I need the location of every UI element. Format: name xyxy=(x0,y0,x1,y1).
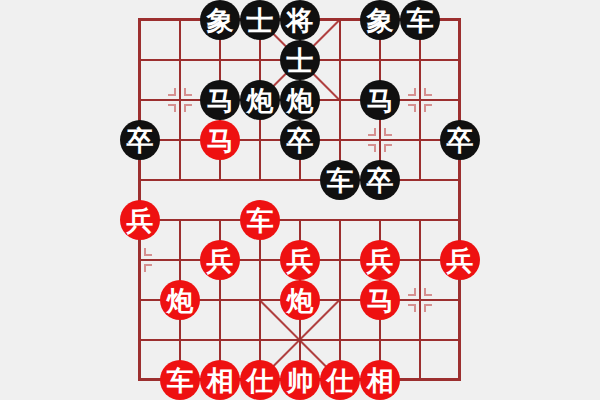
board-point-f8r1 xyxy=(400,40,440,80)
piece-red-elephant[interactable]: 相 xyxy=(200,360,240,400)
board-point-f6r7 xyxy=(320,280,360,320)
board-point-f5r4 xyxy=(280,160,320,200)
point-marker xyxy=(424,288,432,296)
grid-line xyxy=(179,339,200,341)
grid-line xyxy=(320,19,341,21)
board-point-f7r1 xyxy=(360,40,400,80)
piece-glyph: 士 xyxy=(287,47,314,74)
grid-line xyxy=(139,99,160,101)
grid-line xyxy=(459,339,461,360)
grid-line xyxy=(240,339,261,341)
grid-line xyxy=(339,219,341,240)
grid-line xyxy=(160,179,181,181)
grid-line xyxy=(139,259,160,261)
point-marker xyxy=(168,104,176,112)
grid-line xyxy=(419,320,421,341)
point-marker xyxy=(144,248,152,256)
board-point-f5r2: 炮 xyxy=(280,80,320,120)
grid-line xyxy=(160,339,181,341)
grid-line xyxy=(139,339,141,360)
grid-line xyxy=(240,299,261,301)
grid-line xyxy=(419,99,440,101)
grid-line xyxy=(179,219,181,240)
grid-line xyxy=(179,179,200,181)
board-point-f9r0 xyxy=(440,0,480,40)
grid-line xyxy=(459,59,461,80)
grid-line xyxy=(339,299,360,301)
grid-line xyxy=(419,80,421,101)
grid-line xyxy=(339,299,341,320)
grid-line xyxy=(339,280,341,301)
piece-glyph: 兵 xyxy=(207,247,234,274)
grid-line xyxy=(259,59,280,61)
point-marker xyxy=(368,144,376,152)
grid-line xyxy=(400,179,421,181)
piece-black-soldier[interactable]: 卒 xyxy=(440,120,480,160)
grid-line xyxy=(179,80,181,101)
board-point-f5r1: 士 xyxy=(280,40,320,80)
grid-line xyxy=(139,299,160,301)
grid-line xyxy=(419,120,421,141)
grid-line xyxy=(179,259,181,280)
piece-black-soldier[interactable]: 卒 xyxy=(120,120,160,160)
grid-line xyxy=(419,99,421,120)
grid-line xyxy=(139,19,160,21)
point-marker xyxy=(168,88,176,96)
grid-line xyxy=(419,339,421,360)
grid-line xyxy=(339,19,360,21)
grid-line xyxy=(219,299,240,301)
grid-line xyxy=(259,240,261,261)
piece-glyph: 将 xyxy=(287,7,314,34)
piece-glyph: 卒 xyxy=(127,127,154,154)
grid-line xyxy=(179,99,181,120)
board-point-f4r5: 车 xyxy=(240,200,280,240)
grid-line xyxy=(219,219,221,240)
grid-line xyxy=(320,299,341,301)
grid-line xyxy=(419,219,421,240)
board-point-f7r5 xyxy=(360,200,400,240)
grid-line xyxy=(179,160,181,181)
grid-line xyxy=(419,179,440,181)
board-point-f3r1 xyxy=(200,40,240,80)
board-point-f7r0: 象 xyxy=(360,0,400,40)
grid-line xyxy=(339,339,341,360)
grid-line xyxy=(219,40,221,61)
grid-line xyxy=(240,139,261,141)
point-marker xyxy=(408,88,416,96)
grid-line xyxy=(179,59,181,80)
piece-glyph: 帅 xyxy=(287,367,314,394)
piece-red-soldier[interactable]: 兵 xyxy=(200,240,240,280)
grid-line xyxy=(379,219,400,221)
board-point-f7r9: 相 xyxy=(360,360,400,400)
grid-line xyxy=(379,320,381,341)
board-point-f7r8 xyxy=(360,320,400,360)
piece-red-horse[interactable]: 马 xyxy=(200,120,240,160)
point-marker xyxy=(368,128,376,136)
grid-line xyxy=(139,339,160,341)
grid-line xyxy=(400,339,421,341)
piece-glyph: 兵 xyxy=(127,207,154,234)
board-point-f7r6: 兵 xyxy=(360,240,400,280)
piece-glyph: 炮 xyxy=(287,87,314,114)
board-point-f2r8 xyxy=(160,320,200,360)
board-point-f2r9: 车 xyxy=(160,360,200,400)
grid-line xyxy=(419,299,440,301)
board-point-f6r8 xyxy=(320,320,360,360)
piece-red-cannon[interactable]: 炮 xyxy=(160,280,200,320)
grid-line xyxy=(459,179,461,200)
grid-line xyxy=(419,139,440,141)
grid-line xyxy=(299,320,301,341)
grid-line xyxy=(360,339,381,341)
board-point-f3r4 xyxy=(200,160,240,200)
board-point-f4r1 xyxy=(240,40,280,80)
piece-glyph: 车 xyxy=(247,207,274,234)
grid-line xyxy=(219,160,221,181)
point-marker xyxy=(144,264,152,272)
piece-black-cannon[interactable]: 炮 xyxy=(280,80,320,120)
grid-line xyxy=(419,59,440,61)
piece-red-advisor[interactable]: 仕 xyxy=(320,360,360,400)
grid-line xyxy=(139,160,141,181)
grid-line xyxy=(259,299,261,320)
grid-line xyxy=(179,99,200,101)
board-point-f4r0: 士 xyxy=(240,0,280,40)
grid-line xyxy=(259,299,280,301)
grid-line xyxy=(219,59,240,61)
piece-glyph: 炮 xyxy=(287,287,314,314)
point-marker xyxy=(384,128,392,136)
grid-line xyxy=(139,280,141,301)
piece-red-advisor[interactable]: 仕 xyxy=(240,360,280,400)
board-point-f1r6 xyxy=(120,240,160,280)
grid-line xyxy=(179,19,200,21)
piece-black-advisor[interactable]: 士 xyxy=(240,0,280,40)
board-point-f5r8 xyxy=(280,320,320,360)
grid-line xyxy=(360,59,381,61)
grid-line xyxy=(299,219,320,221)
grid-line xyxy=(219,339,240,341)
grid-line xyxy=(400,299,421,301)
board-point-f5r9: 帅 xyxy=(280,360,320,400)
grid-line xyxy=(339,40,341,61)
board-point-f6r5 xyxy=(320,200,360,240)
board-point-f6r4: 车 xyxy=(320,160,360,200)
grid-line xyxy=(339,19,341,40)
piece-red-chariot[interactable]: 车 xyxy=(160,360,200,400)
grid-line xyxy=(419,219,440,221)
grid-line xyxy=(320,99,341,101)
piece-glyph: 兵 xyxy=(287,247,314,274)
point-marker xyxy=(184,104,192,112)
grid-line xyxy=(259,339,261,360)
piece-glyph: 相 xyxy=(207,367,234,394)
grid-line xyxy=(339,219,360,221)
grid-line xyxy=(179,259,200,261)
grid-line xyxy=(459,320,461,341)
grid-line xyxy=(160,59,181,61)
grid-line xyxy=(259,160,261,181)
piece-black-soldier[interactable]: 卒 xyxy=(360,160,400,200)
grid-line xyxy=(419,379,440,381)
piece-red-soldier[interactable]: 兵 xyxy=(280,240,320,280)
grid-line xyxy=(200,339,221,341)
grid-line xyxy=(440,219,461,221)
piece-red-cannon[interactable]: 炮 xyxy=(280,280,320,320)
grid-line xyxy=(419,280,421,301)
grid-line xyxy=(219,219,240,221)
grid-line xyxy=(240,259,261,261)
board-point-f4r9: 仕 xyxy=(240,360,280,400)
grid-line xyxy=(259,280,261,301)
grid-line xyxy=(339,139,341,160)
grid-line xyxy=(160,139,181,141)
board-point-f5r3: 卒 xyxy=(280,120,320,160)
piece-glyph: 车 xyxy=(407,7,434,34)
board-point-f2r7: 炮 xyxy=(160,280,200,320)
piece-black-horse[interactable]: 马 xyxy=(360,80,400,120)
grid-line xyxy=(200,59,221,61)
grid-line xyxy=(259,339,280,341)
piece-red-soldier[interactable]: 兵 xyxy=(120,200,160,240)
piece-glyph: 象 xyxy=(367,7,394,34)
grid-line xyxy=(139,40,141,61)
grid-line xyxy=(259,139,261,160)
board-point-f1r9 xyxy=(120,360,160,400)
grid-line xyxy=(179,139,200,141)
grid-line xyxy=(400,99,421,101)
grid-line xyxy=(139,299,141,320)
grid-line xyxy=(339,259,360,261)
board-point-f7r2: 马 xyxy=(360,80,400,120)
grid-line xyxy=(339,139,360,141)
piece-glyph: 马 xyxy=(207,127,234,154)
grid-line xyxy=(299,339,301,360)
grid-line xyxy=(219,299,221,320)
piece-glyph: 卒 xyxy=(367,167,394,194)
grid-line xyxy=(440,299,461,301)
board-point-f8r8 xyxy=(400,320,440,360)
board-point-f3r9: 相 xyxy=(200,360,240,400)
piece-glyph: 士 xyxy=(247,7,274,34)
grid-line xyxy=(259,179,280,181)
board-point-f8r9 xyxy=(400,360,440,400)
grid-line xyxy=(459,280,461,301)
piece-glyph: 仕 xyxy=(247,367,274,394)
grid-line xyxy=(219,179,240,181)
xiangqi-diagram: 象士将象车士马炮炮马卒马卒卒车卒兵车兵兵兵兵炮炮马车相仕帅仕相 xyxy=(0,0,600,400)
grid-line xyxy=(179,120,181,141)
grid-line xyxy=(419,59,421,80)
grid-line xyxy=(459,19,461,40)
grid-line xyxy=(219,320,221,341)
grid-line xyxy=(179,320,181,341)
grid-line xyxy=(379,139,381,160)
xiangqi-board: 象士将象车士马炮炮马卒马卒卒车卒兵车兵兵兵兵炮炮马车相仕帅仕相 xyxy=(120,0,480,400)
board-point-f9r7 xyxy=(440,280,480,320)
grid-line xyxy=(160,219,181,221)
grid-line xyxy=(179,240,181,261)
grid-line xyxy=(379,339,400,341)
piece-black-soldier[interactable]: 卒 xyxy=(280,120,320,160)
piece-glyph: 卒 xyxy=(287,127,314,154)
grid-line xyxy=(400,139,421,141)
board-point-f3r6: 兵 xyxy=(200,240,240,280)
grid-line xyxy=(459,80,461,101)
piece-red-soldier[interactable]: 兵 xyxy=(440,240,480,280)
grid-line xyxy=(400,219,421,221)
grid-line xyxy=(139,179,160,181)
board-point-f8r7 xyxy=(400,280,440,320)
board-point-f9r4 xyxy=(440,160,480,200)
piece-glyph: 仕 xyxy=(327,367,354,394)
grid-line xyxy=(459,219,461,240)
point-marker xyxy=(408,288,416,296)
piece-glyph: 车 xyxy=(327,167,354,194)
piece-black-horse[interactable]: 马 xyxy=(200,80,240,120)
grid-line xyxy=(440,379,461,381)
grid-line xyxy=(259,139,280,141)
board-point-f2r4 xyxy=(160,160,200,200)
board-point-f2r6 xyxy=(160,240,200,280)
grid-line xyxy=(240,59,261,61)
grid-line xyxy=(259,320,261,341)
board-point-f4r8 xyxy=(240,320,280,360)
piece-glyph: 相 xyxy=(367,367,394,394)
board-point-f1r7 xyxy=(120,280,160,320)
point-marker xyxy=(424,104,432,112)
board-point-f2r1 xyxy=(160,40,200,80)
board-point-f6r6 xyxy=(320,240,360,280)
board-point-f1r8 xyxy=(120,320,160,360)
grid-line xyxy=(339,339,360,341)
point-marker xyxy=(408,104,416,112)
grid-line xyxy=(139,19,141,40)
grid-line xyxy=(280,179,301,181)
grid-line xyxy=(379,59,400,61)
grid-line xyxy=(179,19,181,40)
board-point-f2r3 xyxy=(160,120,200,160)
board-point-f6r9: 仕 xyxy=(320,360,360,400)
piece-glyph: 车 xyxy=(167,367,194,394)
piece-black-advisor[interactable]: 士 xyxy=(280,40,320,80)
board-point-f4r4 xyxy=(240,160,280,200)
grid-line xyxy=(160,19,181,21)
grid-line xyxy=(339,259,341,280)
grid-line xyxy=(320,219,341,221)
board-point-f5r0: 将 xyxy=(280,0,320,40)
grid-line xyxy=(179,40,181,61)
board-point-f1r5: 兵 xyxy=(120,200,160,240)
grid-line xyxy=(459,160,461,181)
board-point-f5r6: 兵 xyxy=(280,240,320,280)
piece-black-cannon[interactable]: 炮 xyxy=(240,80,280,120)
piece-black-general[interactable]: 将 xyxy=(280,0,320,40)
piece-black-chariot[interactable]: 车 xyxy=(400,0,440,40)
board-point-f9r8 xyxy=(440,320,480,360)
grid-line xyxy=(419,139,421,160)
board-point-f8r0: 车 xyxy=(400,0,440,40)
grid-line xyxy=(339,80,341,101)
board-point-f9r1 xyxy=(440,40,480,80)
board-point-f4r2: 炮 xyxy=(240,80,280,120)
board-point-f6r0 xyxy=(320,0,360,40)
piece-glyph: 马 xyxy=(367,87,394,114)
grid-line xyxy=(139,59,141,80)
grid-line xyxy=(299,179,320,181)
grid-line xyxy=(440,59,461,61)
board-point-f9r2 xyxy=(440,80,480,120)
grid-line xyxy=(379,219,381,240)
piece-red-soldier[interactable]: 兵 xyxy=(360,240,400,280)
grid-line xyxy=(259,259,280,261)
grid-line xyxy=(259,59,261,80)
grid-line xyxy=(440,339,461,341)
grid-line xyxy=(320,259,341,261)
piece-black-elephant[interactable]: 象 xyxy=(200,0,240,40)
piece-red-general[interactable]: 帅 xyxy=(280,360,320,400)
grid-line xyxy=(179,219,200,221)
piece-glyph: 炮 xyxy=(247,87,274,114)
piece-glyph: 炮 xyxy=(167,287,194,314)
grid-line xyxy=(379,40,381,61)
piece-red-elephant[interactable]: 相 xyxy=(360,360,400,400)
grid-line xyxy=(419,240,421,261)
grid-line xyxy=(139,320,141,341)
piece-red-horse[interactable]: 马 xyxy=(360,280,400,320)
board-point-f8r3 xyxy=(400,120,440,160)
board-point-f9r5 xyxy=(440,200,480,240)
grid-line xyxy=(419,339,440,341)
board-point-f8r4 xyxy=(400,160,440,200)
grid-line xyxy=(400,379,421,381)
grid-line xyxy=(320,59,341,61)
piece-glyph: 象 xyxy=(207,7,234,34)
point-marker xyxy=(184,88,192,96)
grid-line xyxy=(280,339,301,341)
board-point-f1r4 xyxy=(120,160,160,200)
piece-red-chariot[interactable]: 车 xyxy=(240,200,280,240)
grid-line xyxy=(379,339,381,360)
grid-line xyxy=(139,80,141,101)
grid-line xyxy=(299,219,301,240)
piece-black-chariot[interactable]: 车 xyxy=(320,160,360,200)
grid-line xyxy=(139,240,141,261)
grid-line xyxy=(139,379,160,381)
grid-line xyxy=(339,320,341,341)
grid-line xyxy=(139,179,141,200)
grid-line xyxy=(440,99,461,101)
grid-line xyxy=(200,179,221,181)
board-point-f1r2 xyxy=(120,80,160,120)
grid-line xyxy=(139,59,160,61)
grid-line xyxy=(440,179,461,181)
grid-line xyxy=(139,259,141,280)
board-point-f8r2 xyxy=(400,80,440,120)
grid-line xyxy=(459,200,461,221)
grid-line xyxy=(459,360,461,381)
board-point-f7r7: 马 xyxy=(360,280,400,320)
board-point-f7r4: 卒 xyxy=(360,160,400,200)
grid-line xyxy=(179,139,181,160)
piece-glyph: 兵 xyxy=(367,247,394,274)
grid-line xyxy=(240,179,261,181)
grid-line xyxy=(360,139,381,141)
piece-black-elephant[interactable]: 象 xyxy=(360,0,400,40)
grid-line xyxy=(179,339,181,360)
